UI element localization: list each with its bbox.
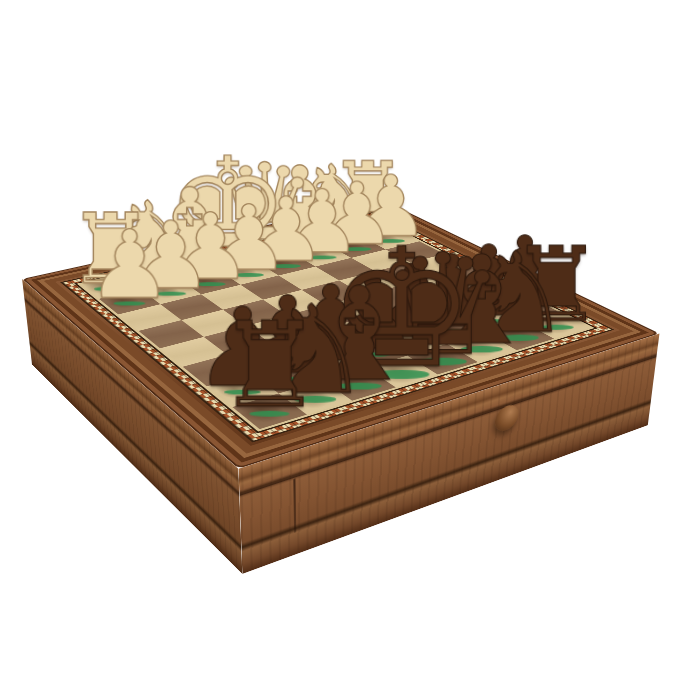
drawer-side-seam <box>293 478 296 532</box>
chess-box: ♜♞♟♝♟♛♟♚♟♝♟♞♟♜♟♟♟♟♜♟♞♟♝♟♛♟♚♟♝♟♞♜ <box>22 200 659 469</box>
drawer-knob <box>494 402 519 434</box>
rook-glyph: ♜ <box>163 307 375 425</box>
product-photo-scene: ♜♞♟♝♟♛♟♚♟♝♟♞♟♜♟♟♟♟♜♟♞♟♝♟♛♟♚♟♝♟♞♜ <box>0 0 700 700</box>
